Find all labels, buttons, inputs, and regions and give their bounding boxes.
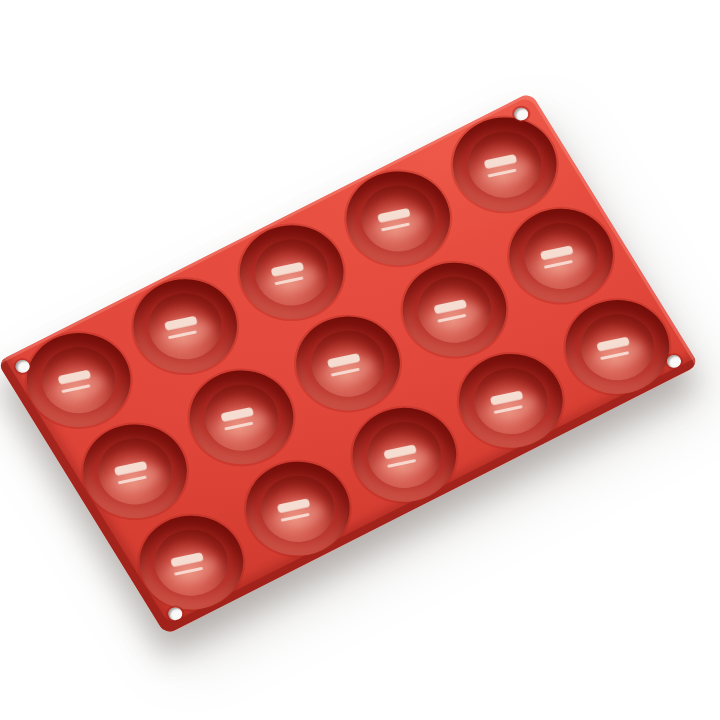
- cavity-grid: [0, 92, 699, 635]
- cavity-bowl: [135, 281, 235, 371]
- cavity-bowl: [248, 463, 348, 553]
- cavity-bowl: [349, 173, 449, 263]
- photo-background: [0, 0, 720, 720]
- cavity-bowl: [568, 301, 668, 391]
- cavity-bowl: [354, 409, 454, 499]
- cavity-bowl: [242, 227, 342, 317]
- silicone-mold: [0, 92, 699, 635]
- cavity-bowl: [461, 355, 561, 445]
- cavity-bowl: [28, 335, 128, 425]
- cavity-bowl: [191, 372, 291, 462]
- cavity-bowl: [455, 119, 555, 209]
- cavity-bowl: [298, 318, 398, 408]
- cavity-bowl: [511, 210, 611, 300]
- cavity-bowl: [85, 426, 185, 516]
- cavity-bowl: [405, 264, 505, 354]
- cavity-bowl: [141, 517, 241, 607]
